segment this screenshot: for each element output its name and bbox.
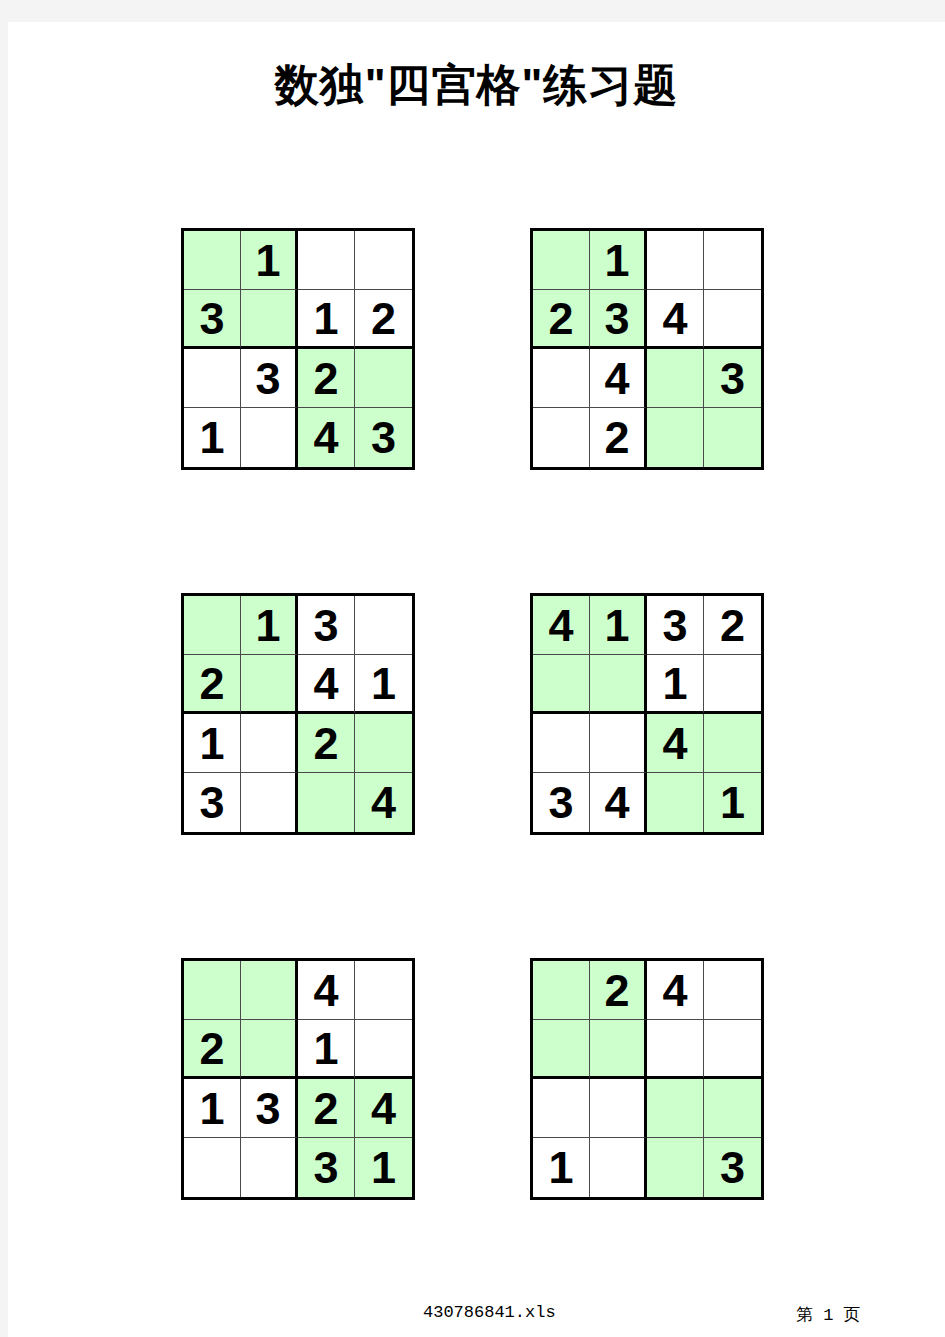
cell-r3c4 — [704, 714, 761, 773]
cell-r3c2: 4 — [590, 349, 647, 408]
cell-r2c1: 2 — [533, 290, 590, 349]
page-title: 数独"四宫格"练习题 — [8, 56, 945, 115]
cell-r1c4: 2 — [704, 596, 761, 655]
cell-r4c3: 3 — [298, 1138, 355, 1197]
cell-r3c4 — [704, 1079, 761, 1138]
sudoku-grid-2: 1234432 — [530, 228, 764, 470]
cell-r4c2: 4 — [590, 773, 647, 832]
cell-r1c2: 1 — [590, 596, 647, 655]
footer-filename: 430786841.xls — [423, 1303, 556, 1322]
cell-r4c1: 3 — [533, 773, 590, 832]
cell-r4c2 — [241, 408, 298, 467]
cell-r4c2 — [241, 773, 298, 832]
cell-r1c3 — [647, 231, 704, 290]
cell-r2c1: 2 — [184, 655, 241, 714]
cell-r1c3: 3 — [647, 596, 704, 655]
canvas: { "game": "sudoku", "variant": "4x4 four… — [0, 0, 945, 1337]
cell-r3c1 — [533, 349, 590, 408]
cell-r4c4: 3 — [355, 408, 412, 467]
cell-r2c1 — [533, 1020, 590, 1079]
cell-r4c1: 3 — [184, 773, 241, 832]
cell-r2c4: 1 — [355, 655, 412, 714]
cell-r2c2 — [241, 290, 298, 349]
cell-r2c2 — [241, 1020, 298, 1079]
cell-r2c3 — [647, 1020, 704, 1079]
cell-r4c4: 3 — [704, 1138, 761, 1197]
cell-r1c4 — [704, 231, 761, 290]
cell-r1c1 — [533, 961, 590, 1020]
cell-r1c4 — [355, 596, 412, 655]
cell-r2c3: 4 — [298, 655, 355, 714]
cell-r3c2: 3 — [241, 1079, 298, 1138]
cell-r4c4 — [704, 408, 761, 467]
cell-r4c3 — [647, 773, 704, 832]
cell-r1c2: 1 — [241, 596, 298, 655]
cell-r4c1 — [533, 408, 590, 467]
cell-r3c4 — [355, 349, 412, 408]
cell-r3c1: 1 — [184, 714, 241, 773]
cell-r1c3 — [298, 231, 355, 290]
page: 数独"四宫格"练习题 131232143 1234432 132411234 4… — [8, 22, 945, 1337]
cell-r4c1: 1 — [533, 1138, 590, 1197]
cell-r4c3 — [647, 1138, 704, 1197]
cell-r3c3: 2 — [298, 349, 355, 408]
cell-r2c1: 3 — [184, 290, 241, 349]
cell-r3c4: 3 — [704, 349, 761, 408]
footer-page-number: 第 1 页 — [796, 1303, 861, 1326]
cell-r3c2 — [590, 1079, 647, 1138]
sudoku-grid-5: 421132431 — [181, 958, 415, 1200]
cell-r1c4 — [355, 961, 412, 1020]
cell-r1c1: 4 — [533, 596, 590, 655]
cell-r3c3: 2 — [298, 714, 355, 773]
cell-r1c3: 3 — [298, 596, 355, 655]
cell-r4c1: 1 — [184, 408, 241, 467]
cell-r2c4 — [704, 1020, 761, 1079]
cell-r2c4 — [704, 290, 761, 349]
cell-r3c3: 2 — [298, 1079, 355, 1138]
cell-r4c1 — [184, 1138, 241, 1197]
cell-r3c3 — [647, 1079, 704, 1138]
cell-r4c2 — [241, 1138, 298, 1197]
cell-r1c2: 1 — [590, 231, 647, 290]
cell-r2c3: 4 — [647, 290, 704, 349]
cell-r1c3: 4 — [298, 961, 355, 1020]
cell-r1c1 — [184, 961, 241, 1020]
sudoku-grid-6: 2413 — [530, 958, 764, 1200]
cell-r3c2 — [590, 714, 647, 773]
cell-r1c1 — [184, 596, 241, 655]
cell-r2c3: 1 — [298, 290, 355, 349]
cell-r4c4: 1 — [355, 1138, 412, 1197]
cell-r2c1 — [533, 655, 590, 714]
cell-r3c4 — [355, 714, 412, 773]
cell-r3c1 — [533, 714, 590, 773]
cell-r3c4: 4 — [355, 1079, 412, 1138]
cell-r4c4: 4 — [355, 773, 412, 832]
cell-r2c4: 2 — [355, 290, 412, 349]
sudoku-grid-3: 132411234 — [181, 593, 415, 835]
cell-r2c3: 1 — [647, 655, 704, 714]
cell-r1c2: 1 — [241, 231, 298, 290]
sudoku-grid-4: 413214341 — [530, 593, 764, 835]
cell-r1c3: 4 — [647, 961, 704, 1020]
cell-r4c2 — [590, 1138, 647, 1197]
cell-r4c3: 4 — [298, 408, 355, 467]
cell-r1c4 — [704, 961, 761, 1020]
cell-r3c1 — [533, 1079, 590, 1138]
cell-r2c2: 3 — [590, 290, 647, 349]
cell-r4c2: 2 — [590, 408, 647, 467]
cell-r3c3: 4 — [647, 714, 704, 773]
cell-r1c4 — [355, 231, 412, 290]
cell-r2c3: 1 — [298, 1020, 355, 1079]
cell-r2c2 — [241, 655, 298, 714]
cell-r2c2 — [590, 1020, 647, 1079]
cell-r3c2 — [241, 714, 298, 773]
cell-r4c3 — [647, 408, 704, 467]
cell-r1c2: 2 — [590, 961, 647, 1020]
cell-r4c3 — [298, 773, 355, 832]
cell-r3c1: 1 — [184, 1079, 241, 1138]
cell-r3c1 — [184, 349, 241, 408]
cell-r4c4: 1 — [704, 773, 761, 832]
cell-r2c4 — [704, 655, 761, 714]
cell-r3c2: 3 — [241, 349, 298, 408]
cell-r2c1: 2 — [184, 1020, 241, 1079]
cell-r2c2 — [590, 655, 647, 714]
cell-r3c3 — [647, 349, 704, 408]
cell-r1c1 — [533, 231, 590, 290]
sudoku-grid-1: 131232143 — [181, 228, 415, 470]
cell-r1c2 — [241, 961, 298, 1020]
cell-r1c1 — [184, 231, 241, 290]
cell-r2c4 — [355, 1020, 412, 1079]
